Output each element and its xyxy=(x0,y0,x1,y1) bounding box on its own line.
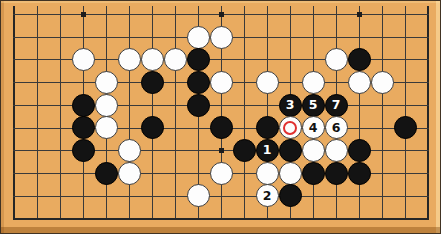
black-stone-c9r3 xyxy=(187,48,210,71)
black-stone-c14r8 xyxy=(302,162,325,185)
white-stone-c14r4 xyxy=(302,71,325,94)
black-stone-move-7-c15r5: 7 xyxy=(325,94,348,117)
white-stone-c6r8 xyxy=(118,162,141,185)
black-stone-move-1-c12r7: 1 xyxy=(256,139,279,162)
move-number-label: 5 xyxy=(309,99,318,112)
move-number-label: 3 xyxy=(286,99,295,112)
black-stone-c15r8 xyxy=(325,162,348,185)
black-stone-c16r3 xyxy=(348,48,371,71)
move-number-label: 6 xyxy=(332,122,341,135)
white-stone-c7r3 xyxy=(141,48,164,71)
white-stone-c10r2 xyxy=(210,26,233,49)
white-stone-c5r4 xyxy=(95,71,118,94)
black-stone-c4r5 xyxy=(72,94,95,117)
white-stone-c8r3 xyxy=(164,48,187,71)
black-stone-c16r7 xyxy=(348,139,371,162)
stone-layer: 3574612 xyxy=(3,3,440,230)
white-stone-move-2-c12r9: 2 xyxy=(256,184,279,207)
white-stone-c6r3 xyxy=(118,48,141,71)
move-number-label: 7 xyxy=(332,99,341,112)
white-stone-c4r3 xyxy=(72,48,95,71)
black-stone-c9r4 xyxy=(187,71,210,94)
black-stone-c10r6 xyxy=(210,116,233,139)
black-stone-move-5-c14r5: 5 xyxy=(302,94,325,117)
white-stone-c13r8 xyxy=(279,162,302,185)
white-stone-move-6-c15r6: 6 xyxy=(325,116,348,139)
white-stone-c17r4 xyxy=(371,71,394,94)
white-stone-c14r7 xyxy=(302,139,325,162)
black-stone-c4r6 xyxy=(72,116,95,139)
red-circle-mark-icon xyxy=(283,121,297,135)
go-board: 3574612 xyxy=(0,0,441,234)
black-stone-c5r8 xyxy=(95,162,118,185)
white-stone-c12r4 xyxy=(256,71,279,94)
black-stone-c7r6 xyxy=(141,116,164,139)
black-stone-c12r6 xyxy=(256,116,279,139)
white-stone-c6r7 xyxy=(118,139,141,162)
black-stone-c9r5 xyxy=(187,94,210,117)
white-stone-c15r3 xyxy=(325,48,348,71)
white-stone-c10r4 xyxy=(210,71,233,94)
move-number-label: 1 xyxy=(263,144,272,157)
black-stone-c13r7 xyxy=(279,139,302,162)
white-stone-c15r7 xyxy=(325,139,348,162)
white-stone-c10r8 xyxy=(210,162,233,185)
black-stone-c7r4 xyxy=(141,71,164,94)
white-stone-c9r2 xyxy=(187,26,210,49)
black-stone-c4r7 xyxy=(72,139,95,162)
white-stone-marked-c13r6 xyxy=(279,116,302,139)
white-stone-c5r5 xyxy=(95,94,118,117)
move-number-label: 2 xyxy=(263,190,272,203)
white-stone-move-4-c14r6: 4 xyxy=(302,116,325,139)
go-diagram: 3574612 xyxy=(0,0,441,234)
white-stone-c5r6 xyxy=(95,116,118,139)
white-stone-c12r8 xyxy=(256,162,279,185)
white-stone-c16r4 xyxy=(348,71,371,94)
black-stone-move-3-c13r5: 3 xyxy=(279,94,302,117)
white-stone-c9r9 xyxy=(187,184,210,207)
black-stone-c11r7 xyxy=(233,139,256,162)
move-number-label: 4 xyxy=(309,122,318,135)
black-stone-c18r6 xyxy=(394,116,417,139)
black-stone-c16r8 xyxy=(348,162,371,185)
black-stone-c13r9 xyxy=(279,184,302,207)
